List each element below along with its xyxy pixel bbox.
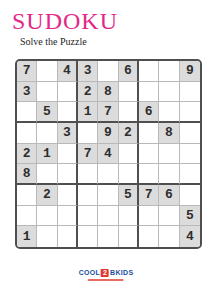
sudoku-cell-r2c7[interactable] — [139, 82, 159, 103]
sudoku-cell-r9c2[interactable] — [37, 226, 57, 247]
sudoku-cell-r3c9[interactable] — [180, 102, 200, 123]
sudoku-cell-r4c1[interactable] — [17, 123, 37, 144]
sudoku-cell-r1c6: 6 — [119, 61, 139, 82]
sudoku-cell-r9c5[interactable] — [98, 226, 118, 247]
sudoku-cell-r3c7: 6 — [139, 102, 159, 123]
sudoku-cell-r7c5[interactable] — [98, 185, 118, 206]
sudoku-cell-r1c5[interactable] — [98, 61, 118, 82]
sudoku-cell-r9c1: 1 — [17, 226, 37, 247]
sudoku-cell-r7c8: 6 — [159, 185, 179, 206]
sudoku-cell-r6c7[interactable] — [139, 164, 159, 185]
sudoku-cell-r1c8[interactable] — [159, 61, 179, 82]
sudoku-cell-r2c2[interactable] — [37, 82, 57, 103]
logo-text-bkids: BKIDS — [110, 268, 133, 277]
logo-text-cool: COOL — [79, 268, 100, 277]
sudoku-cell-r7c2: 2 — [37, 185, 57, 206]
sudoku-cell-r8c7[interactable] — [139, 206, 159, 227]
sudoku-cell-r6c2[interactable] — [37, 164, 57, 185]
sudoku-cell-r2c1: 3 — [17, 82, 37, 103]
logo-2-badge: 2 — [101, 269, 109, 277]
sudoku-cell-r1c1: 7 — [17, 61, 37, 82]
page-title: SUDOKU — [12, 8, 118, 35]
sudoku-cell-r2c4: 2 — [78, 82, 98, 103]
sudoku-cell-r5c8[interactable] — [159, 144, 179, 165]
sudoku-cell-r8c2[interactable] — [37, 206, 57, 227]
sudoku-cell-r6c3[interactable] — [58, 164, 78, 185]
sudoku-cell-r4c9[interactable] — [180, 123, 200, 144]
sudoku-cell-r7c3[interactable] — [58, 185, 78, 206]
sudoku-cell-r3c6[interactable] — [119, 102, 139, 123]
sudoku-cell-r4c6: 2 — [119, 123, 139, 144]
cool2bkids-logo: COOL2BKIDS — [79, 268, 134, 281]
logo-tagline — [88, 279, 124, 281]
sudoku-cell-r1c2[interactable] — [37, 61, 57, 82]
sudoku-grid: 7436932851763928217482576514 — [15, 59, 202, 249]
sudoku-cell-r8c1[interactable] — [17, 206, 37, 227]
sudoku-cell-r1c3: 4 — [58, 61, 78, 82]
sudoku-cell-r5c3[interactable] — [58, 144, 78, 165]
sudoku-cell-r8c9: 5 — [180, 206, 200, 227]
sudoku-cell-r2c6[interactable] — [119, 82, 139, 103]
sudoku-cell-r7c9[interactable] — [180, 185, 200, 206]
sudoku-cell-r5c5: 4 — [98, 144, 118, 165]
sudoku-cell-r1c7[interactable] — [139, 61, 159, 82]
sudoku-cell-r3c2: 5 — [37, 102, 57, 123]
sudoku-cell-r1c9: 9 — [180, 61, 200, 82]
sudoku-cell-r4c2[interactable] — [37, 123, 57, 144]
sudoku-cell-r4c5: 9 — [98, 123, 118, 144]
sudoku-cell-r5c7[interactable] — [139, 144, 159, 165]
sudoku-cell-r7c7: 7 — [139, 185, 159, 206]
sudoku-cell-r1c4: 3 — [78, 61, 98, 82]
sudoku-cell-r7c6: 5 — [119, 185, 139, 206]
sudoku-cell-r9c8[interactable] — [159, 226, 179, 247]
sudoku-cell-r9c6[interactable] — [119, 226, 139, 247]
sudoku-cell-r3c1[interactable] — [17, 102, 37, 123]
page-subtitle: Solve the Puzzle — [20, 36, 87, 47]
sudoku-cell-r4c4[interactable] — [78, 123, 98, 144]
sudoku-cell-r8c6[interactable] — [119, 206, 139, 227]
sudoku-cell-r3c3[interactable] — [58, 102, 78, 123]
sudoku-cell-r6c4[interactable] — [78, 164, 98, 185]
sudoku-cell-r9c7[interactable] — [139, 226, 159, 247]
sudoku-cell-r8c5[interactable] — [98, 206, 118, 227]
sudoku-cell-r4c3: 3 — [58, 123, 78, 144]
sudoku-cell-r3c4: 1 — [78, 102, 98, 123]
sudoku-cell-r9c9: 4 — [180, 226, 200, 247]
sudoku-cell-r5c1: 2 — [17, 144, 37, 165]
sudoku-cell-r5c4: 7 — [78, 144, 98, 165]
sudoku-cell-r9c4[interactable] — [78, 226, 98, 247]
sudoku-cell-r7c4[interactable] — [78, 185, 98, 206]
sudoku-cell-r5c6[interactable] — [119, 144, 139, 165]
sudoku-cell-r4c7[interactable] — [139, 123, 159, 144]
sudoku-cell-r6c8[interactable] — [159, 164, 179, 185]
sudoku-cell-r6c1: 8 — [17, 164, 37, 185]
sudoku-cell-r4c8: 8 — [159, 123, 179, 144]
sudoku-cell-r8c3[interactable] — [58, 206, 78, 227]
sudoku-cell-r3c5: 7 — [98, 102, 118, 123]
sudoku-cell-r6c6[interactable] — [119, 164, 139, 185]
sudoku-cell-r2c3[interactable] — [58, 82, 78, 103]
sudoku-cell-r7c1[interactable] — [17, 185, 37, 206]
sudoku-cell-r2c5: 8 — [98, 82, 118, 103]
sudoku-cell-r5c9[interactable] — [180, 144, 200, 165]
sudoku-cell-r9c3[interactable] — [58, 226, 78, 247]
sudoku-cell-r2c9[interactable] — [180, 82, 200, 103]
sudoku-cell-r3c8[interactable] — [159, 102, 179, 123]
sudoku-cell-r2c8[interactable] — [159, 82, 179, 103]
sudoku-cell-r5c2: 1 — [37, 144, 57, 165]
logo-text-row: COOL2BKIDS — [79, 268, 134, 277]
sudoku-cell-r8c4[interactable] — [78, 206, 98, 227]
sudoku-cell-r8c8[interactable] — [159, 206, 179, 227]
sudoku-cell-r6c5[interactable] — [98, 164, 118, 185]
sudoku-cell-r6c9[interactable] — [180, 164, 200, 185]
